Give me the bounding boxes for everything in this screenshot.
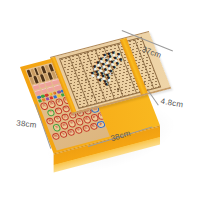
xiangqi-disc: 車 [96,120,106,128]
dimension-label-side-edge: 38cm [11,118,42,130]
board-cell [157,85,162,89]
product-photo-multifunction-game-box: 兵馬車炮相士將卒兵馬車炮相士將卒兵馬車炮相士將卒兵馬車炮相士將卒兵馬車 ●●●●… [0,0,200,200]
xiangqi-disc: 炮 [97,112,107,120]
